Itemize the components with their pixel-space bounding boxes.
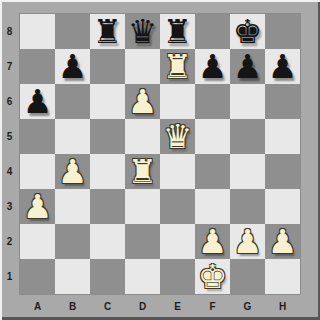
rank-label-4: 4 <box>0 154 19 189</box>
file-label-f: F <box>195 296 230 316</box>
square-g6[interactable] <box>230 84 265 119</box>
rank-label-3: 3 <box>0 189 19 224</box>
square-f1[interactable]: ♚ <box>195 259 230 294</box>
square-e2[interactable] <box>160 224 195 259</box>
square-a4[interactable] <box>20 154 55 189</box>
square-d1[interactable] <box>125 259 160 294</box>
square-e4[interactable] <box>160 154 195 189</box>
square-g1[interactable] <box>230 259 265 294</box>
square-g7[interactable]: ♟ <box>230 49 265 84</box>
square-f4[interactable] <box>195 154 230 189</box>
square-a6[interactable]: ♟ <box>20 84 55 119</box>
square-a3[interactable]: ♟ <box>20 189 55 224</box>
square-h5[interactable] <box>265 119 300 154</box>
white-rook-e7[interactable]: ♜ <box>160 49 195 84</box>
square-d8[interactable]: ♛ <box>125 14 160 49</box>
square-f7[interactable]: ♟ <box>195 49 230 84</box>
square-c8[interactable]: ♜ <box>90 14 125 49</box>
square-b7[interactable]: ♟ <box>55 49 90 84</box>
square-h2[interactable]: ♟ <box>265 224 300 259</box>
square-a5[interactable] <box>20 119 55 154</box>
black-pawn-h7[interactable]: ♟ <box>265 49 300 84</box>
white-pawn-d6[interactable]: ♟ <box>125 84 160 119</box>
square-a7[interactable] <box>20 49 55 84</box>
square-e3[interactable] <box>160 189 195 224</box>
black-king-g8[interactable]: ♚ <box>230 14 265 49</box>
square-e1[interactable] <box>160 259 195 294</box>
square-a1[interactable] <box>20 259 55 294</box>
rank-labels: 87654321 <box>0 14 19 294</box>
square-c1[interactable] <box>90 259 125 294</box>
chess-diagram: 87654321 ♜♛♜♚♟♜♟♟♟♟♟♛♟♜♟♟♟♟♚ ABCDEFGH <box>0 0 320 320</box>
white-king-f1[interactable]: ♚ <box>195 259 230 294</box>
square-b3[interactable] <box>55 189 90 224</box>
file-label-c: C <box>90 296 125 316</box>
white-pawn-f2[interactable]: ♟ <box>195 224 230 259</box>
square-c2[interactable] <box>90 224 125 259</box>
square-g8[interactable]: ♚ <box>230 14 265 49</box>
square-g3[interactable] <box>230 189 265 224</box>
square-h1[interactable] <box>265 259 300 294</box>
black-queen-d8[interactable]: ♛ <box>125 14 160 49</box>
square-b5[interactable] <box>55 119 90 154</box>
square-f8[interactable] <box>195 14 230 49</box>
square-d4[interactable]: ♜ <box>125 154 160 189</box>
square-h6[interactable] <box>265 84 300 119</box>
square-d6[interactable]: ♟ <box>125 84 160 119</box>
square-f5[interactable] <box>195 119 230 154</box>
square-c7[interactable] <box>90 49 125 84</box>
square-g4[interactable] <box>230 154 265 189</box>
black-pawn-a6[interactable]: ♟ <box>20 84 55 119</box>
square-a8[interactable] <box>20 14 55 49</box>
square-b2[interactable] <box>55 224 90 259</box>
chess-board: ♜♛♜♚♟♜♟♟♟♟♟♛♟♜♟♟♟♟♚ <box>20 14 300 294</box>
rank-label-5: 5 <box>0 119 19 154</box>
square-e6[interactable] <box>160 84 195 119</box>
square-c5[interactable] <box>90 119 125 154</box>
square-b4[interactable]: ♟ <box>55 154 90 189</box>
white-queen-e5[interactable]: ♛ <box>160 119 195 154</box>
square-e5[interactable]: ♛ <box>160 119 195 154</box>
square-h7[interactable]: ♟ <box>265 49 300 84</box>
rank-label-1: 1 <box>0 259 19 294</box>
file-label-e: E <box>160 296 195 316</box>
square-e7[interactable]: ♜ <box>160 49 195 84</box>
square-a2[interactable] <box>20 224 55 259</box>
black-pawn-f7[interactable]: ♟ <box>195 49 230 84</box>
square-g2[interactable]: ♟ <box>230 224 265 259</box>
black-pawn-g7[interactable]: ♟ <box>230 49 265 84</box>
square-h3[interactable] <box>265 189 300 224</box>
rank-label-6: 6 <box>0 84 19 119</box>
square-b1[interactable] <box>55 259 90 294</box>
square-f6[interactable] <box>195 84 230 119</box>
file-label-a: A <box>20 296 55 316</box>
square-f3[interactable] <box>195 189 230 224</box>
square-d7[interactable] <box>125 49 160 84</box>
square-f2[interactable]: ♟ <box>195 224 230 259</box>
white-pawn-a3[interactable]: ♟ <box>20 189 55 224</box>
square-d2[interactable] <box>125 224 160 259</box>
square-d5[interactable] <box>125 119 160 154</box>
white-rook-d4[interactable]: ♜ <box>125 154 160 189</box>
file-label-b: B <box>55 296 90 316</box>
black-rook-c8[interactable]: ♜ <box>90 14 125 49</box>
file-labels: ABCDEFGH <box>20 296 300 316</box>
square-g5[interactable] <box>230 119 265 154</box>
square-c3[interactable] <box>90 189 125 224</box>
square-b6[interactable] <box>55 84 90 119</box>
file-label-g: G <box>230 296 265 316</box>
black-rook-e8[interactable]: ♜ <box>160 14 195 49</box>
black-pawn-b7[interactable]: ♟ <box>55 49 90 84</box>
square-h8[interactable] <box>265 14 300 49</box>
white-pawn-g2[interactable]: ♟ <box>230 224 265 259</box>
square-e8[interactable]: ♜ <box>160 14 195 49</box>
square-c4[interactable] <box>90 154 125 189</box>
white-pawn-h2[interactable]: ♟ <box>265 224 300 259</box>
rank-label-2: 2 <box>0 224 19 259</box>
file-label-d: D <box>125 296 160 316</box>
rank-label-8: 8 <box>0 14 19 49</box>
square-h4[interactable] <box>265 154 300 189</box>
rank-label-7: 7 <box>0 49 19 84</box>
square-d3[interactable] <box>125 189 160 224</box>
file-label-h: H <box>265 296 300 316</box>
white-pawn-b4[interactable]: ♟ <box>55 154 90 189</box>
square-c6[interactable] <box>90 84 125 119</box>
square-b8[interactable] <box>55 14 90 49</box>
